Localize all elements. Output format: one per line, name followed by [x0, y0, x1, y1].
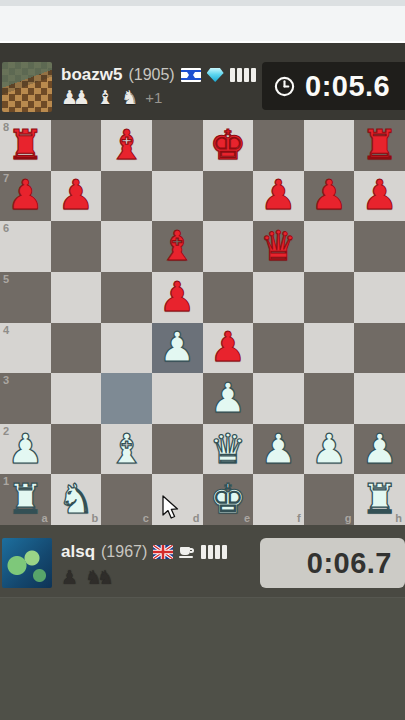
file-label-a: a	[42, 512, 48, 524]
square-h1[interactable]: h♜	[354, 474, 405, 525]
square-f1[interactable]: f	[253, 474, 304, 525]
square-b6[interactable]	[51, 221, 102, 272]
square-e6[interactable]	[203, 221, 254, 272]
square-d2[interactable]	[152, 424, 203, 475]
square-e1[interactable]: e♚	[203, 474, 254, 525]
empty-background	[0, 597, 405, 720]
piece-white-b-c2[interactable]: ♝	[108, 429, 145, 470]
captured-black-pawn: ♟	[61, 567, 78, 587]
square-g7[interactable]: ♟	[304, 171, 355, 222]
square-f6[interactable]: ♛	[253, 221, 304, 272]
file-label-h: h	[395, 512, 402, 524]
square-a2[interactable]: 2♟	[0, 424, 51, 475]
square-b8[interactable]	[51, 120, 102, 171]
bottom-player-name[interactable]: alsq	[61, 542, 95, 562]
piece-white-q-e2[interactable]: ♛	[209, 429, 246, 470]
square-h5[interactable]	[354, 272, 405, 323]
piece-red-p-h7[interactable]: ♟	[361, 175, 398, 216]
file-label-c: c	[143, 512, 149, 524]
piece-white-p-h2[interactable]: ♟	[361, 429, 398, 470]
square-c2[interactable]: ♝	[101, 424, 152, 475]
square-b7[interactable]: ♟	[51, 171, 102, 222]
clock-icon	[273, 75, 296, 98]
material-advantage: +1	[145, 89, 162, 106]
piece-red-p-e4[interactable]: ♟	[209, 327, 246, 368]
piece-red-q-f6[interactable]: ♛	[260, 226, 297, 267]
piece-white-p-g2[interactable]: ♟	[311, 429, 348, 470]
top-player-captured-pieces: ♟♟ ♝ ♞ +1	[61, 87, 162, 107]
square-a8[interactable]: 8♜	[0, 120, 51, 171]
square-a6[interactable]: 6	[0, 221, 51, 272]
square-g1[interactable]: g	[304, 474, 355, 525]
piece-red-b-d6[interactable]: ♝	[159, 226, 196, 267]
file-label-g: g	[345, 512, 352, 524]
square-a3[interactable]: 3	[0, 373, 51, 424]
square-e8[interactable]: ♚	[203, 120, 254, 171]
bottom-player-captured-pieces: ♟ ♞♞	[61, 567, 114, 587]
square-e3[interactable]: ♟	[203, 373, 254, 424]
file-label-b: b	[92, 512, 99, 524]
square-c7[interactable]	[101, 171, 152, 222]
piece-red-r-a8[interactable]: ♜	[7, 125, 44, 166]
video-top-bar	[0, 6, 405, 43]
piece-white-r-a1[interactable]: ♜	[7, 479, 44, 520]
square-d1[interactable]: d	[152, 474, 203, 525]
square-c5[interactable]	[101, 272, 152, 323]
square-g8[interactable]	[304, 120, 355, 171]
square-g4[interactable]	[304, 323, 355, 374]
bottom-player-rating: (1967)	[101, 543, 147, 561]
square-d3[interactable]	[152, 373, 203, 424]
square-h3[interactable]	[354, 373, 405, 424]
top-player-clock: 0:05.6	[262, 62, 405, 110]
piece-white-p-f2[interactable]: ♟	[260, 429, 297, 470]
square-c1[interactable]: c	[101, 474, 152, 525]
square-g5[interactable]	[304, 272, 355, 323]
square-f7[interactable]: ♟	[253, 171, 304, 222]
piece-red-k-e8[interactable]: ♚	[209, 125, 246, 166]
israel-flag-icon	[181, 68, 201, 82]
square-a7[interactable]: 7♟	[0, 171, 51, 222]
square-b3[interactable]	[51, 373, 102, 424]
top-player-time: 0:05.6	[305, 70, 390, 103]
piece-white-p-d4[interactable]: ♟	[159, 327, 196, 368]
piece-red-p-d5[interactable]: ♟	[159, 277, 196, 318]
square-a1[interactable]: 1a♜	[0, 474, 51, 525]
rank-label-1: 1	[3, 475, 9, 487]
square-d8[interactable]	[152, 120, 203, 171]
file-label-d: d	[193, 512, 200, 524]
coffee-cup-icon	[179, 546, 195, 559]
square-e5[interactable]	[203, 272, 254, 323]
top-player-avatar[interactable]	[2, 62, 52, 112]
piece-white-p-e3[interactable]: ♟	[209, 378, 246, 419]
piece-red-p-a7[interactable]: ♟	[7, 175, 44, 216]
square-c8[interactable]: ♝	[101, 120, 152, 171]
square-f5[interactable]	[253, 272, 304, 323]
square-g2[interactable]: ♟	[304, 424, 355, 475]
square-d7[interactable]	[152, 171, 203, 222]
square-d6[interactable]: ♝	[152, 221, 203, 272]
rank-label-6: 6	[3, 222, 9, 234]
rank-label-5: 5	[3, 273, 9, 285]
captured-white-bishop: ♝	[97, 87, 114, 107]
piece-red-r-h8[interactable]: ♜	[361, 125, 398, 166]
square-f3[interactable]	[253, 373, 304, 424]
captured-white-pawns: ♟♟	[61, 87, 90, 107]
rank-label-8: 8	[3, 121, 9, 133]
piece-white-p-a2[interactable]: ♟	[7, 429, 44, 470]
piece-red-b-c8[interactable]: ♝	[108, 125, 145, 166]
square-h4[interactable]	[354, 323, 405, 374]
square-b5[interactable]	[51, 272, 102, 323]
square-c3[interactable]	[101, 373, 152, 424]
piece-white-k-e1[interactable]: ♚	[209, 479, 246, 520]
piece-red-p-b7[interactable]: ♟	[58, 175, 95, 216]
connection-bars-icon	[230, 68, 256, 82]
square-f2[interactable]: ♟	[253, 424, 304, 475]
square-g6[interactable]	[304, 221, 355, 272]
rank-label-4: 4	[3, 324, 9, 336]
uk-flag-icon	[153, 545, 173, 559]
square-e7[interactable]	[203, 171, 254, 222]
captured-white-knight: ♞	[121, 87, 138, 107]
square-b4[interactable]	[51, 323, 102, 374]
piece-red-p-f7[interactable]: ♟	[260, 175, 297, 216]
rank-label-2: 2	[3, 425, 9, 437]
bottom-player-time: 0:06.7	[307, 547, 392, 580]
square-c4[interactable]	[101, 323, 152, 374]
file-label-f: f	[297, 512, 301, 524]
square-a5[interactable]: 5	[0, 272, 51, 323]
square-e2[interactable]: ♛	[203, 424, 254, 475]
piece-white-r-h1[interactable]: ♜	[361, 479, 398, 520]
square-h7[interactable]: ♟	[354, 171, 405, 222]
captured-black-knights: ♞♞	[85, 567, 114, 587]
bottom-player-clock: 0:06.7	[260, 538, 405, 588]
piece-red-p-g7[interactable]: ♟	[311, 175, 348, 216]
file-label-e: e	[244, 512, 250, 524]
diamond-membership-icon	[207, 68, 224, 82]
rank-label-3: 3	[3, 374, 9, 386]
chess-board: 8♜♝♚♜7♟♟♟♟♟6♝♛5♟4♟♟3♟2♟♝♛♟♟♟1a♜b♞cde♚fgh…	[0, 120, 405, 525]
square-d4[interactable]: ♟	[152, 323, 203, 374]
square-c6[interactable]	[101, 221, 152, 272]
square-g3[interactable]	[304, 373, 355, 424]
square-f8[interactable]	[253, 120, 304, 171]
square-d5[interactable]: ♟	[152, 272, 203, 323]
square-a4[interactable]: 4	[0, 323, 51, 374]
piece-white-n-b1[interactable]: ♞	[58, 479, 95, 520]
square-h8[interactable]: ♜	[354, 120, 405, 171]
rank-label-7: 7	[3, 172, 9, 184]
top-player-rating: (1905)	[128, 66, 174, 84]
square-b2[interactable]	[51, 424, 102, 475]
connection-bars-icon	[201, 545, 227, 559]
bottom-player-avatar[interactable]	[2, 538, 52, 588]
square-h2[interactable]: ♟	[354, 424, 405, 475]
square-f4[interactable]	[253, 323, 304, 374]
square-h6[interactable]	[354, 221, 405, 272]
square-e4[interactable]: ♟	[203, 323, 254, 374]
square-b1[interactable]: b♞	[51, 474, 102, 525]
top-player-name[interactable]: boazw5	[61, 65, 122, 85]
